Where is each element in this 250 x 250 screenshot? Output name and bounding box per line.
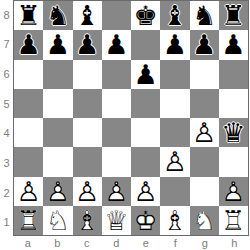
white-bishop[interactable]: ♝♗ xyxy=(73,206,102,235)
white-rook-outline: ♖ xyxy=(219,206,248,235)
square-b3[interactable] xyxy=(43,147,72,176)
black-queen[interactable]: ♛ xyxy=(219,118,248,147)
square-e5[interactable] xyxy=(131,89,160,118)
square-c8[interactable]: ♝ xyxy=(73,1,102,30)
square-g8[interactable]: ♞ xyxy=(190,1,219,30)
black-pawn[interactable]: ♟ xyxy=(43,30,72,59)
square-c1[interactable]: ♝♗ xyxy=(73,206,102,235)
square-g4[interactable]: ♟♙ xyxy=(190,118,219,147)
square-f5[interactable] xyxy=(160,89,189,118)
square-g1[interactable]: ♞♘ xyxy=(190,206,219,235)
black-pawn[interactable]: ♟ xyxy=(14,30,43,59)
square-h7[interactable]: ♟ xyxy=(219,30,248,59)
square-h4[interactable]: ♛ xyxy=(219,118,248,147)
white-rook[interactable]: ♜♖ xyxy=(219,206,248,235)
white-pawn[interactable]: ♟♙ xyxy=(43,177,72,206)
file-label-f: f xyxy=(161,236,191,250)
square-g7[interactable]: ♟ xyxy=(190,30,219,59)
white-pawn[interactable]: ♟♙ xyxy=(73,177,102,206)
file-label-d: d xyxy=(102,236,132,250)
white-bishop[interactable]: ♝♗ xyxy=(160,206,189,235)
square-a7[interactable]: ♟ xyxy=(14,30,43,59)
square-e3[interactable] xyxy=(131,147,160,176)
black-rook[interactable]: ♜ xyxy=(14,1,43,30)
square-c2[interactable]: ♟♙ xyxy=(73,177,102,206)
square-a1[interactable]: ♜♖ xyxy=(14,206,43,235)
square-d2[interactable]: ♟♙ xyxy=(102,177,131,206)
square-c5[interactable] xyxy=(73,89,102,118)
white-knight-outline: ♘ xyxy=(43,206,72,235)
rank-label-6: 6 xyxy=(0,59,13,89)
square-b8[interactable]: ♞ xyxy=(43,1,72,30)
black-king[interactable]: ♚ xyxy=(131,1,160,30)
square-d3[interactable] xyxy=(102,147,131,176)
square-c6[interactable] xyxy=(73,60,102,89)
square-h1[interactable]: ♜♖ xyxy=(219,206,248,235)
file-label-a: a xyxy=(13,236,43,250)
black-rook[interactable]: ♜ xyxy=(219,1,248,30)
white-bishop-outline: ♗ xyxy=(73,206,102,235)
square-e4[interactable] xyxy=(131,118,160,147)
square-g2[interactable] xyxy=(190,177,219,206)
square-d5[interactable] xyxy=(102,89,131,118)
file-label-c: c xyxy=(72,236,102,250)
square-e1[interactable]: ♚♔ xyxy=(131,206,160,235)
rank-label-4: 4 xyxy=(0,119,13,149)
square-c3[interactable] xyxy=(73,147,102,176)
white-queen-outline: ♕ xyxy=(102,206,131,235)
white-knight[interactable]: ♞♘ xyxy=(43,206,72,235)
white-pawn-outline: ♙ xyxy=(131,177,160,206)
square-c4[interactable] xyxy=(73,118,102,147)
white-pawn-outline: ♙ xyxy=(43,177,72,206)
square-e6[interactable]: ♟ xyxy=(131,60,160,89)
rank-label-2: 2 xyxy=(0,178,13,208)
square-f4[interactable] xyxy=(160,118,189,147)
white-bishop-outline: ♗ xyxy=(160,206,189,235)
file-label-g: g xyxy=(190,236,220,250)
white-pawn[interactable]: ♟♙ xyxy=(131,177,160,206)
square-h6[interactable] xyxy=(219,60,248,89)
black-knight[interactable]: ♞ xyxy=(190,1,219,30)
rank-labels: 87654321 xyxy=(0,0,13,237)
black-pawn[interactable]: ♟ xyxy=(131,60,160,89)
square-f2[interactable] xyxy=(160,177,189,206)
square-a8[interactable]: ♜ xyxy=(14,1,43,30)
white-pawn[interactable]: ♟♙ xyxy=(14,177,43,206)
square-f6[interactable] xyxy=(160,60,189,89)
file-label-b: b xyxy=(43,236,73,250)
rank-label-1: 1 xyxy=(0,207,13,237)
white-pawn-outline: ♙ xyxy=(102,177,131,206)
white-pawn-outline: ♙ xyxy=(219,177,248,206)
black-pawn[interactable]: ♟ xyxy=(73,30,102,59)
square-e8[interactable]: ♚ xyxy=(131,1,160,30)
white-pawn-outline: ♙ xyxy=(190,118,219,147)
file-label-e: e xyxy=(131,236,161,250)
white-pawn-outline: ♙ xyxy=(14,177,43,206)
square-h8[interactable]: ♜ xyxy=(219,1,248,30)
square-f3[interactable]: ♟♙ xyxy=(160,147,189,176)
white-pawn-outline: ♙ xyxy=(160,147,189,176)
white-pawn[interactable]: ♟♙ xyxy=(219,177,248,206)
file-labels: abcdefgh xyxy=(13,236,249,250)
square-a6[interactable] xyxy=(14,60,43,89)
square-a3[interactable] xyxy=(14,147,43,176)
white-queen[interactable]: ♛♕ xyxy=(102,206,131,235)
black-pawn[interactable]: ♟ xyxy=(219,30,248,59)
square-d4[interactable] xyxy=(102,118,131,147)
chess-board: ♜♞♝♚♝♞♜♟♟♟♟♟♟♟♟♟♙♛♟♙♟♙♟♙♟♙♟♙♟♙♟♙♜♖♞♘♝♗♛♕… xyxy=(13,0,249,236)
square-d6[interactable] xyxy=(102,60,131,89)
square-a2[interactable]: ♟♙ xyxy=(14,177,43,206)
black-bishop[interactable]: ♝ xyxy=(160,1,189,30)
square-b6[interactable] xyxy=(43,60,72,89)
square-h2[interactable]: ♟♙ xyxy=(219,177,248,206)
square-b4[interactable] xyxy=(43,118,72,147)
square-e7[interactable] xyxy=(131,30,160,59)
square-b2[interactable]: ♟♙ xyxy=(43,177,72,206)
rank-label-8: 8 xyxy=(0,0,13,30)
square-g5[interactable] xyxy=(190,89,219,118)
black-bishop[interactable]: ♝ xyxy=(73,1,102,30)
square-g6[interactable] xyxy=(190,60,219,89)
white-king-outline: ♔ xyxy=(131,206,160,235)
black-pawn[interactable]: ♟ xyxy=(190,30,219,59)
white-rook[interactable]: ♜♖ xyxy=(14,206,43,235)
square-a5[interactable] xyxy=(14,89,43,118)
white-pawn-outline: ♙ xyxy=(73,177,102,206)
square-b7[interactable]: ♟ xyxy=(43,30,72,59)
white-pawn[interactable]: ♟♙ xyxy=(102,177,131,206)
square-d1[interactable]: ♛♕ xyxy=(102,206,131,235)
white-knight-outline: ♘ xyxy=(190,206,219,235)
square-d8[interactable] xyxy=(102,1,131,30)
chess-diagram: 87654321 ♜♞♝♚♝♞♜♟♟♟♟♟♟♟♟♟♙♛♟♙♟♙♟♙♟♙♟♙♟♙♟… xyxy=(0,0,250,250)
square-e2[interactable]: ♟♙ xyxy=(131,177,160,206)
square-g3[interactable] xyxy=(190,147,219,176)
rank-label-7: 7 xyxy=(0,30,13,60)
square-c7[interactable]: ♟ xyxy=(73,30,102,59)
black-knight[interactable]: ♞ xyxy=(43,1,72,30)
rank-label-3: 3 xyxy=(0,148,13,178)
file-label-h: h xyxy=(220,236,250,250)
square-f1[interactable]: ♝♗ xyxy=(160,206,189,235)
black-pawn[interactable]: ♟ xyxy=(102,30,131,59)
square-h3[interactable] xyxy=(219,147,248,176)
square-a4[interactable] xyxy=(14,118,43,147)
square-b5[interactable] xyxy=(43,89,72,118)
square-d7[interactable]: ♟ xyxy=(102,30,131,59)
black-pawn[interactable]: ♟ xyxy=(160,30,189,59)
white-knight[interactable]: ♞♘ xyxy=(190,206,219,235)
square-b1[interactable]: ♞♘ xyxy=(43,206,72,235)
white-rook-outline: ♖ xyxy=(14,206,43,235)
white-king[interactable]: ♚♔ xyxy=(131,206,160,235)
white-pawn[interactable]: ♟♙ xyxy=(160,147,189,176)
white-pawn[interactable]: ♟♙ xyxy=(190,118,219,147)
square-h5[interactable] xyxy=(219,89,248,118)
square-f7[interactable]: ♟ xyxy=(160,30,189,59)
square-f8[interactable]: ♝ xyxy=(160,1,189,30)
rank-label-5: 5 xyxy=(0,89,13,119)
